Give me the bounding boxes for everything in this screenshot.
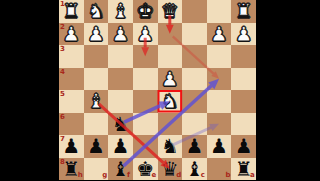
square-f1[interactable]: ♝: [108, 0, 133, 23]
square-b2[interactable]: ♟: [207, 23, 232, 46]
square-g3[interactable]: [84, 45, 109, 68]
square-e3[interactable]: [133, 45, 158, 68]
square-b6[interactable]: [207, 113, 232, 136]
white-king: ♚: [136, 1, 154, 21]
square-g6[interactable]: [84, 113, 109, 136]
black-pawn: ♟: [87, 136, 105, 156]
square-h5[interactable]: [59, 90, 84, 113]
square-a5[interactable]: [231, 90, 256, 113]
black-bishop: ♝: [112, 159, 130, 179]
square-d8[interactable]: ♛: [158, 158, 183, 181]
white-pawn: ♟: [235, 24, 253, 44]
square-e4[interactable]: [133, 68, 158, 91]
square-c3[interactable]: [182, 45, 207, 68]
white-queen: ♛: [161, 1, 179, 21]
square-c6[interactable]: [182, 113, 207, 136]
square-h7[interactable]: ♟: [59, 135, 84, 158]
square-d1[interactable]: ♛: [158, 0, 183, 23]
square-d7[interactable]: ♞: [158, 135, 183, 158]
black-pawn: ♟: [185, 136, 203, 156]
square-g8[interactable]: [84, 158, 109, 181]
square-a3[interactable]: [231, 45, 256, 68]
white-knight: ♞: [87, 1, 105, 21]
square-a7[interactable]: ♟: [231, 135, 256, 158]
square-f4[interactable]: [108, 68, 133, 91]
square-g1[interactable]: ♞: [84, 0, 109, 23]
white-pawn: ♟: [112, 24, 130, 44]
white-pawn: ♟: [62, 24, 80, 44]
black-pawn: ♟: [62, 136, 80, 156]
black-knight: ♞: [161, 136, 179, 156]
square-a4[interactable]: [231, 68, 256, 91]
square-h8[interactable]: ♜: [59, 158, 84, 181]
square-b1[interactable]: [207, 0, 232, 23]
square-c8[interactable]: ♝: [182, 158, 207, 181]
square-e8[interactable]: ♚: [133, 158, 158, 181]
square-b4[interactable]: [207, 68, 232, 91]
square-g4[interactable]: [84, 68, 109, 91]
square-d3[interactable]: [158, 45, 183, 68]
square-g2[interactable]: ♟: [84, 23, 109, 46]
white-pawn: ♟: [87, 24, 105, 44]
square-b3[interactable]: [207, 45, 232, 68]
square-d6[interactable]: [158, 113, 183, 136]
video-frame: ♜♞♝♚♛♜♟♟♟♟♟♟♟♝♞♞♟♟♟♞♟♟♟♜♝♚♛♝♜ 12345678hg…: [0, 0, 320, 180]
black-pawn: ♟: [112, 136, 130, 156]
square-f7[interactable]: ♟: [108, 135, 133, 158]
square-c2[interactable]: [182, 23, 207, 46]
square-a2[interactable]: ♟: [231, 23, 256, 46]
square-d4[interactable]: ♟: [158, 68, 183, 91]
white-rook: ♜: [235, 1, 253, 21]
white-pawn: ♟: [210, 24, 228, 44]
white-pawn: ♟: [136, 24, 154, 44]
square-a6[interactable]: [231, 113, 256, 136]
black-knight: ♞: [112, 114, 130, 134]
square-h2[interactable]: ♟: [59, 23, 84, 46]
square-d2[interactable]: [158, 23, 183, 46]
square-a8[interactable]: ♜: [231, 158, 256, 181]
square-c1[interactable]: [182, 0, 207, 23]
black-bishop: ♝: [185, 159, 203, 179]
black-pawn: ♟: [235, 136, 253, 156]
square-e2[interactable]: ♟: [133, 23, 158, 46]
white-bishop: ♝: [112, 1, 130, 21]
square-h1[interactable]: ♜: [59, 0, 84, 23]
black-king: ♚: [136, 159, 154, 179]
white-pawn: ♟: [161, 69, 179, 89]
square-f6[interactable]: ♞: [108, 113, 133, 136]
square-f5[interactable]: [108, 90, 133, 113]
square-f3[interactable]: [108, 45, 133, 68]
square-e7[interactable]: [133, 135, 158, 158]
square-g5[interactable]: ♝: [84, 90, 109, 113]
square-a1[interactable]: ♜: [231, 0, 256, 23]
black-pawn: ♟: [210, 136, 228, 156]
white-knight: ♞: [161, 91, 179, 111]
square-g7[interactable]: ♟: [84, 135, 109, 158]
square-f2[interactable]: ♟: [108, 23, 133, 46]
white-bishop: ♝: [87, 91, 105, 111]
square-e5[interactable]: [133, 90, 158, 113]
square-c4[interactable]: [182, 68, 207, 91]
black-rook: ♜: [62, 159, 80, 179]
square-f8[interactable]: ♝: [108, 158, 133, 181]
square-d5[interactable]: ♞: [158, 90, 183, 113]
square-b8[interactable]: [207, 158, 232, 181]
square-c5[interactable]: [182, 90, 207, 113]
square-h6[interactable]: [59, 113, 84, 136]
white-rook: ♜: [62, 1, 80, 21]
square-h3[interactable]: [59, 45, 84, 68]
black-queen: ♛: [161, 159, 179, 179]
square-b5[interactable]: [207, 90, 232, 113]
square-c7[interactable]: ♟: [182, 135, 207, 158]
black-rook: ♜: [235, 159, 253, 179]
square-h4[interactable]: [59, 68, 84, 91]
square-e1[interactable]: ♚: [133, 0, 158, 23]
square-e6[interactable]: [133, 113, 158, 136]
chess-board: ♜♞♝♚♛♜♟♟♟♟♟♟♟♝♞♞♟♟♟♞♟♟♟♜♝♚♛♝♜: [59, 0, 256, 180]
square-b7[interactable]: ♟: [207, 135, 232, 158]
